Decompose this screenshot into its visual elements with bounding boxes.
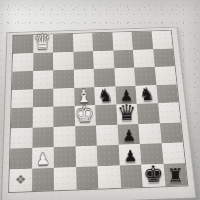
square-c1: [54, 167, 76, 190]
square-c7: [53, 52, 73, 70]
square-h7: [153, 49, 175, 67]
square-e3: [96, 125, 118, 146]
square-g1: ♚: [141, 164, 165, 187]
square-h2: [161, 143, 185, 164]
square-f3: ♟: [117, 124, 140, 145]
square-h3: [159, 123, 182, 144]
square-h4: [158, 103, 181, 124]
board-logo-emblem-icon: ❖: [15, 173, 27, 186]
square-a5: [11, 89, 32, 108]
square-f2: ♟: [118, 144, 141, 165]
black-knight-e5: ♞: [97, 87, 113, 105]
square-d2: [75, 146, 97, 167]
square-c4: [53, 106, 74, 127]
square-e2: [97, 145, 120, 166]
square-e7: [93, 51, 114, 69]
square-e5: ♞: [94, 86, 116, 105]
square-h1: ♜: [163, 163, 187, 186]
square-b3: [32, 127, 54, 148]
square-a2: [10, 148, 32, 169]
square-a1: ❖: [9, 169, 32, 192]
square-c8: [53, 34, 73, 53]
square-b6: [33, 70, 54, 89]
square-c5: [53, 88, 74, 107]
square-a6: [12, 71, 33, 90]
black-knight-g5: ♞: [139, 85, 155, 103]
square-f8: [112, 32, 133, 51]
black-queen-f4: ♛: [117, 102, 137, 124]
square-d3: [75, 126, 97, 147]
black-rook-h1: ♜: [167, 166, 184, 185]
square-b2: ♟: [32, 147, 54, 168]
square-d7: [73, 51, 94, 69]
square-c2: [54, 147, 76, 168]
square-e4: [95, 105, 117, 126]
square-g8: [132, 31, 153, 50]
square-b8: ♛: [33, 34, 53, 53]
square-d1: [76, 166, 99, 189]
black-pawn-f3: ♟: [122, 128, 136, 144]
square-h8: [151, 31, 173, 50]
white-king-d4: ♚: [75, 104, 95, 126]
square-e1: [98, 165, 121, 188]
white-queen-b8: ♛: [33, 32, 52, 53]
square-b5: [32, 88, 53, 107]
square-d8: [73, 33, 93, 52]
square-c6: [53, 69, 74, 88]
white-pawn-b2: ♟: [35, 152, 50, 168]
black-pawn-f2: ♟: [123, 148, 137, 164]
square-g3: [138, 124, 161, 145]
square-d4: ♚: [74, 106, 96, 127]
black-king-g1: ♚: [143, 163, 164, 186]
square-h5: [156, 84, 178, 103]
square-b7: [33, 53, 53, 71]
square-f1: [119, 165, 142, 188]
square-g7: [133, 49, 154, 67]
square-b1: [32, 168, 54, 191]
square-f6: [114, 67, 136, 86]
square-a3: [10, 128, 32, 149]
square-c3: [54, 127, 76, 148]
board-grid: ♛♝♞♟♞♚♛♟♟♟❖♚♜: [9, 31, 187, 192]
chess-board: ♛♝♞♟♞♚♛♟♟♟❖♚♜: [1, 27, 197, 200]
chessboard-photo: ♛♝♞♟♞♚♛♟♟♟❖♚♜: [0, 0, 200, 200]
square-b4: [32, 107, 53, 128]
square-a7: [12, 53, 33, 71]
square-e8: [92, 33, 113, 52]
square-h6: [154, 66, 176, 85]
square-a8: [13, 35, 33, 54]
square-a4: [11, 108, 33, 129]
square-f4: ♛: [116, 104, 138, 125]
square-g5: ♞: [135, 85, 157, 104]
square-g4: [137, 103, 160, 124]
square-f7: [113, 50, 134, 68]
